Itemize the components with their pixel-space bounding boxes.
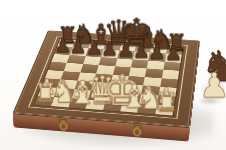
square-g5	[145, 69, 163, 78]
square-b1: ♞	[51, 97, 71, 108]
board-frame: ♜♞♝♛♚♝♞♜♟♟♟♟♟♟♟♟♟♟♟♟♟♟♟♟♜♞♝♛♚♝♞♜	[13, 30, 200, 127]
black-bishop-f8: ♝	[134, 24, 150, 53]
black-king-e8: ♚	[119, 13, 135, 51]
square-g1: ♞	[137, 103, 156, 114]
latch-ring-icon	[133, 127, 142, 137]
black-rook-a8: ♜	[57, 25, 73, 48]
black-knight-g8: ♞	[150, 27, 166, 54]
square-f1: ♝	[120, 102, 139, 113]
board-grid: ♜♞♝♛♚♝♞♜♟♟♟♟♟♟♟♟♟♟♟♟♟♟♟♟♜♞♝♛♚♝♞♜	[33, 38, 184, 116]
perspective-stage: ♜♞♝♛♚♝♞♜♟♟♟♟♟♟♟♟♟♟♟♟♟♟♟♟♜♞♝♛♚♝♞♜	[0, 0, 226, 150]
square-h1: ♜	[155, 105, 174, 116]
black-bishop-c8: ♝	[88, 21, 104, 50]
black-rook-h8: ♜	[166, 32, 182, 55]
square-a3	[41, 78, 61, 88]
square-d7: ♟	[101, 50, 119, 59]
offboard-white-pawn: ♟	[199, 68, 226, 102]
chess-set-photo: ♜♞♝♛♚♝♞♜♟♟♟♟♟♟♟♟♟♟♟♟♟♟♟♟♜♞♝♛♚♝♞♜ ♞ ♟	[0, 0, 226, 150]
black-knight-b8: ♞	[73, 22, 89, 49]
square-h3	[158, 87, 176, 97]
brass-latch-right	[132, 124, 143, 138]
black-queen-d8: ♛	[103, 16, 119, 50]
brass-latch-left	[58, 119, 69, 133]
board-inlay-pinstripe: ♜♞♝♛♚♝♞♜♟♟♟♟♟♟♟♟♟♟♟♟♟♟♟♟♜♞♝♛♚♝♞♜	[28, 36, 188, 118]
square-e1: ♚	[103, 101, 123, 112]
latch-ring-icon	[59, 121, 68, 131]
chess-board: ♜♞♝♛♚♝♞♜♟♟♟♟♟♟♟♟♟♟♟♟♟♟♟♟♜♞♝♛♚♝♞♜	[13, 30, 200, 127]
square-b4	[61, 71, 80, 81]
